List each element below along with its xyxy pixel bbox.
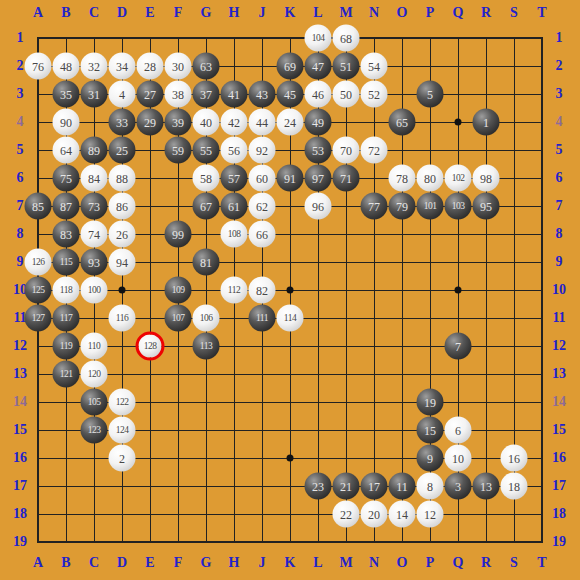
go-board[interactable]: AABBCCDDEEFFGGHHJJKKLLMMNNOOPPQQRRSSTT11…	[0, 0, 580, 580]
stone-black-113: 113	[193, 333, 220, 360]
stone-black-27: 27	[137, 81, 164, 108]
stone-black-103: 103	[445, 193, 472, 220]
stone-white-62: 62	[249, 193, 276, 220]
row-label-left-17: 17	[13, 479, 27, 493]
stone-white-106: 106	[193, 305, 220, 332]
row-label-right-9: 9	[556, 255, 563, 269]
stone-white-70: 70	[333, 137, 360, 164]
star-point-K16	[287, 455, 294, 462]
row-label-left-15: 15	[13, 423, 27, 437]
col-label-top-E: E	[145, 6, 154, 20]
stone-white-52: 52	[361, 81, 388, 108]
star-point-K10	[287, 287, 294, 294]
stone-black-105: 105	[81, 389, 108, 416]
stone-white-84: 84	[81, 165, 108, 192]
stone-white-114: 114	[277, 305, 304, 332]
row-label-right-8: 8	[556, 227, 563, 241]
stone-white-54: 54	[361, 53, 388, 80]
stone-black-1: 1	[473, 109, 500, 136]
stone-black-45: 45	[277, 81, 304, 108]
row-label-right-1: 1	[556, 31, 563, 45]
row-label-left-1: 1	[17, 31, 24, 45]
stone-black-123: 123	[81, 417, 108, 444]
row-label-right-16: 16	[552, 451, 566, 465]
stone-black-97: 97	[305, 165, 332, 192]
stone-white-98: 98	[473, 165, 500, 192]
stone-white-108: 108	[221, 221, 248, 248]
stone-black-73: 73	[81, 193, 108, 220]
stone-white-102: 102	[445, 165, 472, 192]
row-label-right-7: 7	[556, 199, 563, 213]
col-label-bottom-G: G	[201, 556, 212, 570]
stone-white-104: 104	[305, 25, 332, 52]
row-label-right-2: 2	[556, 59, 563, 73]
row-label-right-15: 15	[552, 423, 566, 437]
row-label-left-9: 9	[17, 255, 24, 269]
stone-white-44: 44	[249, 109, 276, 136]
col-label-top-L: L	[313, 6, 322, 20]
stone-black-99: 99	[165, 221, 192, 248]
col-label-top-A: A	[33, 6, 43, 20]
stone-white-16: 16	[501, 445, 528, 472]
stone-white-88: 88	[109, 165, 136, 192]
stone-white-124: 124	[109, 417, 136, 444]
stone-black-63: 63	[193, 53, 220, 80]
stone-white-66: 66	[249, 221, 276, 248]
col-label-top-B: B	[61, 6, 70, 20]
stone-black-79: 79	[389, 193, 416, 220]
col-label-bottom-K: K	[285, 556, 296, 570]
row-label-left-12: 12	[13, 339, 27, 353]
stone-white-2: 2	[109, 445, 136, 472]
stone-white-46: 46	[305, 81, 332, 108]
stone-white-20: 20	[361, 501, 388, 528]
grid-line	[374, 38, 375, 542]
stone-white-82: 82	[249, 277, 276, 304]
stone-black-41: 41	[221, 81, 248, 108]
stone-white-26: 26	[109, 221, 136, 248]
stone-black-35: 35	[53, 81, 80, 108]
stone-black-7: 7	[445, 333, 472, 360]
row-label-left-19: 19	[13, 535, 27, 549]
col-label-bottom-H: H	[229, 556, 240, 570]
stone-black-23: 23	[305, 473, 332, 500]
stone-white-32: 32	[81, 53, 108, 80]
stone-black-89: 89	[81, 137, 108, 164]
stone-black-17: 17	[361, 473, 388, 500]
col-label-top-F: F	[174, 6, 183, 20]
row-label-left-13: 13	[13, 367, 27, 381]
stone-black-21: 21	[333, 473, 360, 500]
star-point-Q10	[455, 287, 462, 294]
col-label-bottom-B: B	[61, 556, 70, 570]
stone-white-120: 120	[81, 361, 108, 388]
row-label-right-3: 3	[556, 87, 563, 101]
stone-white-86: 86	[109, 193, 136, 220]
grid-line	[38, 514, 542, 515]
col-label-bottom-O: O	[397, 556, 408, 570]
stone-black-29: 29	[137, 109, 164, 136]
stone-white-50: 50	[333, 81, 360, 108]
col-label-bottom-L: L	[313, 556, 322, 570]
row-label-right-10: 10	[552, 283, 566, 297]
row-label-left-16: 16	[13, 451, 27, 465]
stone-black-119: 119	[53, 333, 80, 360]
stone-white-14: 14	[389, 501, 416, 528]
row-label-right-12: 12	[552, 339, 566, 353]
row-label-left-4: 4	[17, 115, 24, 129]
stone-white-30: 30	[165, 53, 192, 80]
col-label-top-M: M	[339, 6, 352, 20]
stone-white-42: 42	[221, 109, 248, 136]
col-label-top-Q: Q	[453, 6, 464, 20]
col-label-top-N: N	[369, 6, 379, 20]
col-label-bottom-R: R	[481, 556, 491, 570]
stone-white-40: 40	[193, 109, 220, 136]
row-label-right-18: 18	[552, 507, 566, 521]
stone-white-94: 94	[109, 249, 136, 276]
row-label-right-5: 5	[556, 143, 563, 157]
stone-white-76: 76	[25, 53, 52, 80]
row-label-right-11: 11	[552, 311, 565, 325]
stone-black-55: 55	[193, 137, 220, 164]
row-label-left-14: 14	[13, 395, 27, 409]
stone-white-38: 38	[165, 81, 192, 108]
stone-white-4: 4	[109, 81, 136, 108]
stone-white-126: 126	[25, 249, 52, 276]
stone-black-19: 19	[417, 389, 444, 416]
stone-black-71: 71	[333, 165, 360, 192]
row-label-left-5: 5	[17, 143, 24, 157]
stone-white-80: 80	[417, 165, 444, 192]
stone-white-78: 78	[389, 165, 416, 192]
row-label-right-6: 6	[556, 171, 563, 185]
col-label-top-O: O	[397, 6, 408, 20]
stone-black-3: 3	[445, 473, 472, 500]
stone-black-111: 111	[249, 305, 276, 332]
stone-white-112: 112	[221, 277, 248, 304]
stone-white-64: 64	[53, 137, 80, 164]
row-label-right-17: 17	[552, 479, 566, 493]
stone-white-72: 72	[361, 137, 388, 164]
col-label-top-H: H	[229, 6, 240, 20]
col-label-top-K: K	[285, 6, 296, 20]
stone-black-67: 67	[193, 193, 220, 220]
col-label-top-D: D	[117, 6, 127, 20]
stone-black-101: 101	[417, 193, 444, 220]
star-point-Q4	[455, 119, 462, 126]
stone-black-61: 61	[221, 193, 248, 220]
stone-white-28: 28	[137, 53, 164, 80]
stone-white-90: 90	[53, 109, 80, 136]
stone-black-49: 49	[305, 109, 332, 136]
row-label-left-2: 2	[17, 59, 24, 73]
stone-black-5: 5	[417, 81, 444, 108]
stone-black-77: 77	[361, 193, 388, 220]
col-label-top-S: S	[510, 6, 518, 20]
col-label-bottom-Q: Q	[453, 556, 464, 570]
col-label-top-P: P	[426, 6, 435, 20]
stone-white-100: 100	[81, 277, 108, 304]
col-label-bottom-C: C	[89, 556, 99, 570]
stone-black-51: 51	[333, 53, 360, 80]
row-label-left-18: 18	[13, 507, 27, 521]
stone-black-95: 95	[473, 193, 500, 220]
stone-black-25: 25	[109, 137, 136, 164]
col-label-top-C: C	[89, 6, 99, 20]
col-label-bottom-J: J	[259, 556, 266, 570]
stone-black-109: 109	[165, 277, 192, 304]
stone-black-9: 9	[417, 445, 444, 472]
grid-line	[38, 374, 542, 375]
row-label-right-13: 13	[552, 367, 566, 381]
stone-black-43: 43	[249, 81, 276, 108]
stone-white-56: 56	[221, 137, 248, 164]
stone-black-125: 125	[25, 277, 52, 304]
stone-black-57: 57	[221, 165, 248, 192]
col-label-top-T: T	[537, 6, 546, 20]
stone-black-115: 115	[53, 249, 80, 276]
stone-black-53: 53	[305, 137, 332, 164]
col-label-bottom-A: A	[33, 556, 43, 570]
col-label-top-J: J	[259, 6, 266, 20]
stone-white-116: 116	[109, 305, 136, 332]
stone-black-59: 59	[165, 137, 192, 164]
row-label-left-8: 8	[17, 227, 24, 241]
stone-white-92: 92	[249, 137, 276, 164]
col-label-bottom-E: E	[145, 556, 154, 570]
stone-black-91: 91	[277, 165, 304, 192]
stone-white-10: 10	[445, 445, 472, 472]
stone-black-85: 85	[25, 193, 52, 220]
stone-black-37: 37	[193, 81, 220, 108]
row-label-left-3: 3	[17, 87, 24, 101]
col-label-bottom-T: T	[537, 556, 546, 570]
stone-white-118: 118	[53, 277, 80, 304]
stone-white-60: 60	[249, 165, 276, 192]
stone-black-33: 33	[109, 109, 136, 136]
stone-black-127: 127	[25, 305, 52, 332]
stone-black-39: 39	[165, 109, 192, 136]
col-label-top-G: G	[201, 6, 212, 20]
stone-white-48: 48	[53, 53, 80, 80]
stone-white-96: 96	[305, 193, 332, 220]
stone-black-93: 93	[81, 249, 108, 276]
row-label-right-14: 14	[552, 395, 566, 409]
stone-white-74: 74	[81, 221, 108, 248]
stone-white-8: 8	[417, 473, 444, 500]
col-label-bottom-F: F	[174, 556, 183, 570]
row-label-right-4: 4	[556, 115, 563, 129]
stone-black-47: 47	[305, 53, 332, 80]
col-label-top-R: R	[481, 6, 491, 20]
stone-black-15: 15	[417, 417, 444, 444]
stone-black-83: 83	[53, 221, 80, 248]
stone-white-24: 24	[277, 109, 304, 136]
row-label-left-6: 6	[17, 171, 24, 185]
stone-black-13: 13	[473, 473, 500, 500]
col-label-bottom-N: N	[369, 556, 379, 570]
row-label-left-7: 7	[17, 199, 24, 213]
stone-black-81: 81	[193, 249, 220, 276]
stone-white-110: 110	[81, 333, 108, 360]
stone-white-58: 58	[193, 165, 220, 192]
stone-black-121: 121	[53, 361, 80, 388]
col-label-bottom-P: P	[426, 556, 435, 570]
stone-black-65: 65	[389, 109, 416, 136]
col-label-bottom-M: M	[339, 556, 352, 570]
stone-black-87: 87	[53, 193, 80, 220]
stone-white-68: 68	[333, 25, 360, 52]
star-point-D10	[119, 287, 126, 294]
grid-line	[346, 38, 347, 542]
stone-white-122: 122	[109, 389, 136, 416]
stone-black-117: 117	[53, 305, 80, 332]
stone-black-31: 31	[81, 81, 108, 108]
stone-white-22: 22	[333, 501, 360, 528]
stone-black-107: 107	[165, 305, 192, 332]
stone-white-34: 34	[109, 53, 136, 80]
last-move-stone-white-128: 128	[136, 332, 165, 361]
row-label-right-19: 19	[552, 535, 566, 549]
stone-black-69: 69	[277, 53, 304, 80]
stone-white-18: 18	[501, 473, 528, 500]
stone-white-6: 6	[445, 417, 472, 444]
stone-black-75: 75	[53, 165, 80, 192]
col-label-bottom-S: S	[510, 556, 518, 570]
stone-white-12: 12	[417, 501, 444, 528]
col-label-bottom-D: D	[117, 556, 127, 570]
stone-black-11: 11	[389, 473, 416, 500]
